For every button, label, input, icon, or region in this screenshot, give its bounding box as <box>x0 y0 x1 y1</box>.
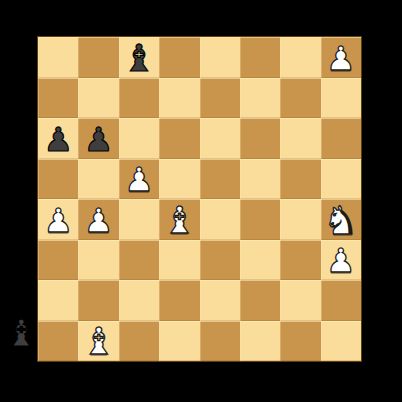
square-c4[interactable] <box>119 199 159 240</box>
square-a2[interactable] <box>38 280 78 321</box>
square-f2[interactable] <box>240 280 280 321</box>
square-d2[interactable] <box>159 280 199 321</box>
chess-board: ♝♟♟♟♟♟♟♝♞♟♝ <box>38 37 361 361</box>
square-b7[interactable] <box>78 78 118 119</box>
square-f8[interactable] <box>240 37 280 78</box>
square-a7[interactable] <box>38 78 78 119</box>
square-d5[interactable] <box>159 159 199 200</box>
piece-black-bishop-c8[interactable]: ♝ <box>122 40 155 77</box>
square-h6[interactable] <box>321 118 361 159</box>
square-d4[interactable]: ♝ <box>159 199 199 240</box>
square-a8[interactable] <box>38 37 78 78</box>
square-c3[interactable] <box>119 240 159 281</box>
square-f6[interactable] <box>240 118 280 159</box>
square-f5[interactable] <box>240 159 280 200</box>
square-g4[interactable] <box>280 199 320 240</box>
square-b5[interactable] <box>78 159 118 200</box>
square-c7[interactable] <box>119 78 159 119</box>
piece-white-pawn-h3[interactable]: ♟ <box>326 244 356 277</box>
square-h5[interactable] <box>321 159 361 200</box>
square-e5[interactable] <box>200 159 240 200</box>
square-d1[interactable] <box>159 321 199 362</box>
piece-white-pawn-h8[interactable]: ♟ <box>326 42 356 75</box>
square-b1[interactable]: ♝ <box>78 321 118 362</box>
square-a1[interactable] <box>38 321 78 362</box>
square-f1[interactable] <box>240 321 280 362</box>
square-d7[interactable] <box>159 78 199 119</box>
piece-white-pawn-a4[interactable]: ♟ <box>43 204 73 237</box>
square-h1[interactable] <box>321 321 361 362</box>
square-e7[interactable] <box>200 78 240 119</box>
square-f4[interactable] <box>240 199 280 240</box>
piece-black-pawn-a6[interactable]: ♟ <box>43 123 73 156</box>
square-d8[interactable] <box>159 37 199 78</box>
square-e3[interactable] <box>200 240 240 281</box>
square-f7[interactable] <box>240 78 280 119</box>
piece-black-pawn-b6[interactable]: ♟ <box>84 123 114 156</box>
piece-white-knight-h4[interactable]: ♞ <box>323 201 358 240</box>
square-e1[interactable] <box>200 321 240 362</box>
square-g3[interactable] <box>280 240 320 281</box>
square-d6[interactable] <box>159 118 199 159</box>
square-c8[interactable]: ♝ <box>119 37 159 78</box>
piece-white-bishop-b1[interactable]: ♝ <box>82 323 115 360</box>
square-g8[interactable] <box>280 37 320 78</box>
square-e4[interactable] <box>200 199 240 240</box>
square-c1[interactable] <box>119 321 159 362</box>
piece-white-pawn-c5[interactable]: ♟ <box>124 163 154 196</box>
square-h8[interactable]: ♟ <box>321 37 361 78</box>
square-a3[interactable] <box>38 240 78 281</box>
square-h4[interactable]: ♞ <box>321 199 361 240</box>
square-a5[interactable] <box>38 159 78 200</box>
square-b6[interactable]: ♟ <box>78 118 118 159</box>
square-f3[interactable] <box>240 240 280 281</box>
square-b4[interactable]: ♟ <box>78 199 118 240</box>
square-e6[interactable] <box>200 118 240 159</box>
square-e2[interactable] <box>200 280 240 321</box>
square-h7[interactable] <box>321 78 361 119</box>
piece-white-bishop-d4[interactable]: ♝ <box>163 202 196 239</box>
square-b8[interactable] <box>78 37 118 78</box>
square-c6[interactable] <box>119 118 159 159</box>
square-c2[interactable] <box>119 280 159 321</box>
square-g7[interactable] <box>280 78 320 119</box>
square-g1[interactable] <box>280 321 320 362</box>
chess-app-screen: ♝♟♟♟♟♟♟♝♞♟♝ ♝ <box>0 0 402 402</box>
square-g2[interactable] <box>280 280 320 321</box>
square-c5[interactable]: ♟ <box>119 159 159 200</box>
square-h2[interactable] <box>321 280 361 321</box>
square-g5[interactable] <box>280 159 320 200</box>
square-d3[interactable] <box>159 240 199 281</box>
square-g6[interactable] <box>280 118 320 159</box>
piece-white-pawn-b4[interactable]: ♟ <box>84 204 114 237</box>
square-h3[interactable]: ♟ <box>321 240 361 281</box>
square-b2[interactable] <box>78 280 118 321</box>
square-e8[interactable] <box>200 37 240 78</box>
square-a4[interactable]: ♟ <box>38 199 78 240</box>
square-a6[interactable]: ♟ <box>38 118 78 159</box>
offboard-piece-black-bishop[interactable]: ♝ <box>2 310 40 356</box>
square-b3[interactable] <box>78 240 118 281</box>
